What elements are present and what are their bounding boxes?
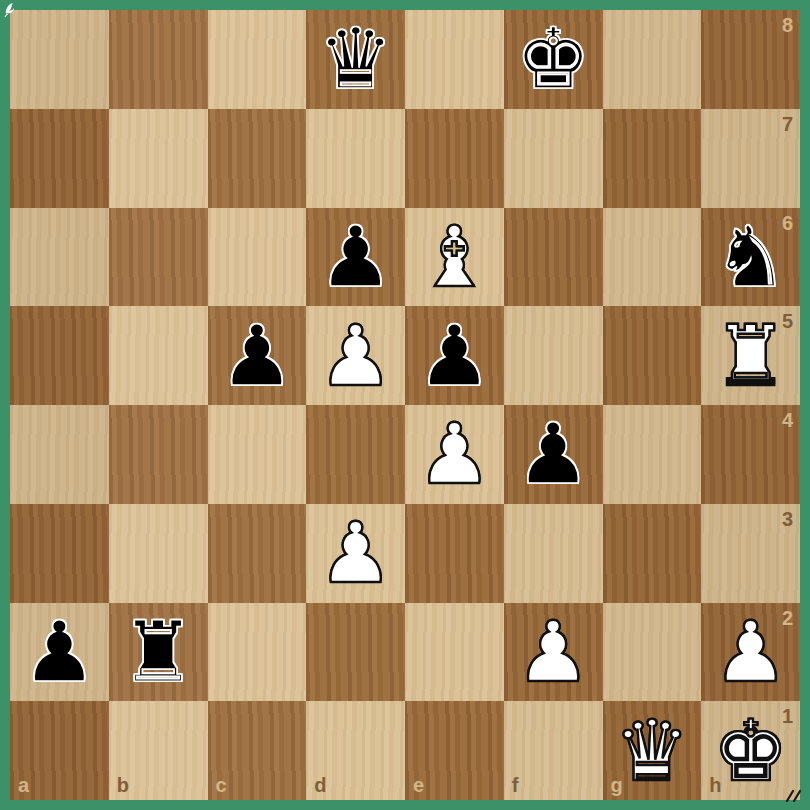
square-e8[interactable] <box>405 10 504 109</box>
square-c3[interactable] <box>208 504 307 603</box>
square-h6[interactable]: 6♞ <box>701 208 800 307</box>
piece-bK-f8[interactable]: ♚ <box>515 10 590 108</box>
square-f8[interactable]: ♚ <box>504 10 603 109</box>
square-c7[interactable] <box>208 109 307 208</box>
piece-bP-c5[interactable]: ♟ <box>219 307 294 405</box>
square-a4[interactable] <box>10 405 109 504</box>
square-f6[interactable] <box>504 208 603 307</box>
square-e6[interactable]: ♝ <box>405 208 504 307</box>
square-a3[interactable] <box>10 504 109 603</box>
square-b6[interactable] <box>109 208 208 307</box>
rank-label-4: 4 <box>782 409 793 432</box>
rank-label-8: 8 <box>782 14 793 37</box>
square-a6[interactable] <box>10 208 109 307</box>
piece-bQ-d8[interactable]: ♛ <box>318 10 393 108</box>
square-h4[interactable]: 4 <box>701 405 800 504</box>
square-g7[interactable] <box>603 109 702 208</box>
square-g4[interactable] <box>603 405 702 504</box>
square-f4[interactable]: ♟ <box>504 405 603 504</box>
piece-wP-d3[interactable]: ♟ <box>318 504 393 602</box>
square-b1[interactable]: b <box>109 701 208 800</box>
watermark-ornament-icon <box>2 1 18 19</box>
piece-bN-h6[interactable]: ♞ <box>713 208 788 306</box>
piece-bP-e5[interactable]: ♟ <box>417 307 492 405</box>
piece-wP-d5[interactable]: ♟ <box>318 307 393 405</box>
square-c2[interactable] <box>208 603 307 702</box>
square-d6[interactable]: ♟ <box>306 208 405 307</box>
rank-label-7: 7 <box>782 113 793 136</box>
piece-wQ-g1[interactable]: ♛ <box>614 702 689 800</box>
square-g2[interactable] <box>603 603 702 702</box>
file-label-c: c <box>216 774 227 797</box>
square-b2[interactable]: ♜ <box>109 603 208 702</box>
diagram-corner-mark-icon <box>784 786 802 802</box>
square-e2[interactable] <box>405 603 504 702</box>
rank-label-2: 2 <box>782 607 793 630</box>
square-a5[interactable] <box>10 306 109 405</box>
piece-wP-h2[interactable]: ♟ <box>713 603 788 701</box>
rank-label-5: 5 <box>782 310 793 333</box>
file-label-a: a <box>18 774 29 797</box>
file-label-e: e <box>413 774 424 797</box>
square-h3[interactable]: 3 <box>701 504 800 603</box>
file-label-h: h <box>709 774 721 797</box>
square-a2[interactable]: ♟ <box>10 603 109 702</box>
piece-wK-h1[interactable]: ♚ <box>713 702 788 800</box>
square-d4[interactable] <box>306 405 405 504</box>
square-e4[interactable]: ♟ <box>405 405 504 504</box>
square-f5[interactable] <box>504 306 603 405</box>
square-e1[interactable]: e <box>405 701 504 800</box>
square-b8[interactable] <box>109 10 208 109</box>
square-e3[interactable] <box>405 504 504 603</box>
square-c8[interactable] <box>208 10 307 109</box>
file-label-g: g <box>611 774 623 797</box>
square-f7[interactable] <box>504 109 603 208</box>
square-d7[interactable] <box>306 109 405 208</box>
piece-bR-b2[interactable]: ♜ <box>120 603 195 701</box>
rank-label-3: 3 <box>782 508 793 531</box>
square-f3[interactable] <box>504 504 603 603</box>
file-label-d: d <box>314 774 326 797</box>
square-e7[interactable] <box>405 109 504 208</box>
piece-wB-e6[interactable]: ♝ <box>417 208 492 306</box>
square-h8[interactable]: 8 <box>701 10 800 109</box>
square-b7[interactable] <box>109 109 208 208</box>
square-g8[interactable] <box>603 10 702 109</box>
piece-wR-h5[interactable]: ♜ <box>713 307 788 405</box>
piece-bP-f4[interactable]: ♟ <box>515 405 590 503</box>
rank-label-6: 6 <box>782 212 793 235</box>
square-a7[interactable] <box>10 109 109 208</box>
square-a1[interactable]: a <box>10 701 109 800</box>
square-d2[interactable] <box>306 603 405 702</box>
square-d3[interactable]: ♟ <box>306 504 405 603</box>
square-g5[interactable] <box>603 306 702 405</box>
board-frame: ♛♚87♟♝6♞♟♟♟5♜♟♟4♟3♟♜♟2♟abcdefg♛1h♚ <box>0 0 810 810</box>
square-b4[interactable] <box>109 405 208 504</box>
square-h7[interactable]: 7 <box>701 109 800 208</box>
square-b3[interactable] <box>109 504 208 603</box>
square-h2[interactable]: 2♟ <box>701 603 800 702</box>
square-g3[interactable] <box>603 504 702 603</box>
square-h5[interactable]: 5♜ <box>701 306 800 405</box>
square-g6[interactable] <box>603 208 702 307</box>
piece-bP-a2[interactable]: ♟ <box>22 603 97 701</box>
square-d5[interactable]: ♟ <box>306 306 405 405</box>
square-c4[interactable] <box>208 405 307 504</box>
square-c5[interactable]: ♟ <box>208 306 307 405</box>
square-d8[interactable]: ♛ <box>306 10 405 109</box>
square-g1[interactable]: g♛ <box>603 701 702 800</box>
file-label-f: f <box>512 774 519 797</box>
square-f2[interactable]: ♟ <box>504 603 603 702</box>
piece-bP-d6[interactable]: ♟ <box>318 208 393 306</box>
rank-label-1: 1 <box>782 705 793 728</box>
square-a8[interactable] <box>10 10 109 109</box>
square-c6[interactable] <box>208 208 307 307</box>
piece-wP-f2[interactable]: ♟ <box>515 603 590 701</box>
square-e5[interactable]: ♟ <box>405 306 504 405</box>
piece-wP-e4[interactable]: ♟ <box>417 405 492 503</box>
square-b5[interactable] <box>109 306 208 405</box>
chess-board: ♛♚87♟♝6♞♟♟♟5♜♟♟4♟3♟♜♟2♟abcdefg♛1h♚ <box>10 10 800 800</box>
square-f1[interactable]: f <box>504 701 603 800</box>
square-c1[interactable]: c <box>208 701 307 800</box>
file-label-b: b <box>117 774 129 797</box>
square-d1[interactable]: d <box>306 701 405 800</box>
